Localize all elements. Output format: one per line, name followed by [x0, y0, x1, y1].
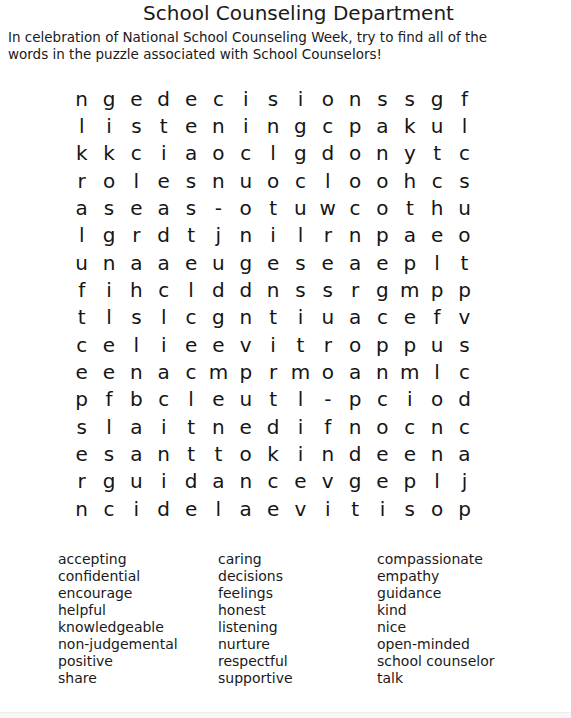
grid-cell-r1c11[interactable]: n [341, 85, 368, 112]
grid-cell-r12c15[interactable]: d [451, 386, 478, 413]
grid-cell-r8c1[interactable]: f [68, 276, 95, 303]
grid-cell-r3c14[interactable]: t [423, 140, 450, 167]
grid-cell-r1c9[interactable]: i [287, 85, 314, 112]
grid-cell-r7c1[interactable]: u [68, 249, 95, 276]
grid-cell-r16c2[interactable]: c [95, 495, 122, 522]
word-list-item: respectful [218, 653, 293, 670]
grid-cell-r14c5[interactable]: t [177, 440, 204, 467]
grid-cell-r14c10[interactable]: n [314, 440, 341, 467]
word-list-item: caring [218, 551, 293, 568]
grid-cell-r8c7[interactable]: d [232, 276, 259, 303]
grid-cell-r4c7[interactable]: u [232, 167, 259, 194]
page-bottom-edge [0, 712, 571, 718]
word-list-column-2: caringdecisionsfeelingshonestlisteningnu… [218, 551, 293, 687]
grid-cell-r8c11[interactable]: r [341, 276, 368, 303]
word-list-item: knowledgeable [58, 619, 178, 636]
grid-cell-r12c8[interactable]: t [259, 386, 286, 413]
grid-cell-r7c4[interactable]: a [150, 249, 177, 276]
word-search-grid: ngedecisionssgflisteningcpakulkkciaoclgd… [68, 85, 478, 523]
grid-cell-r11c15[interactable]: c [451, 358, 478, 385]
page-title: School Counseling Department [13, 1, 571, 25]
grid-cell-r16c14[interactable]: o [423, 495, 450, 522]
grid-cell-r9c4[interactable]: l [150, 304, 177, 331]
grid-cell-r3c9[interactable]: g [287, 140, 314, 167]
grid-cell-r9c13[interactable]: e [396, 304, 423, 331]
grid-cell-r7c9[interactable]: s [287, 249, 314, 276]
grid-cell-r12c11[interactable]: p [341, 386, 368, 413]
grid-cell-r9c15[interactable]: v [451, 304, 478, 331]
grid-cell-r14c8[interactable]: k [259, 440, 286, 467]
grid-cell-r9c7[interactable]: n [232, 304, 259, 331]
grid-cell-r10c5[interactable]: e [177, 331, 204, 358]
grid-cell-r2c7[interactable]: i [232, 112, 259, 139]
word-list-item: kind [377, 602, 494, 619]
grid-cell-r4c2[interactable]: o [95, 167, 122, 194]
grid-cell-r4c5[interactable]: s [177, 167, 204, 194]
grid-cell-r14c1[interactable]: e [68, 440, 95, 467]
grid-cell-r12c10[interactable]: - [314, 386, 341, 413]
grid-cell-r2c13[interactable]: k [396, 112, 423, 139]
grid-cell-r6c14[interactable]: e [423, 222, 450, 249]
grid-cell-r4c11[interactable]: o [341, 167, 368, 194]
grid-cell-r1c1[interactable]: n [68, 85, 95, 112]
grid-cell-r10c4[interactable]: i [150, 331, 177, 358]
grid-cell-r16c7[interactable]: a [232, 495, 259, 522]
grid-cell-r7c6[interactable]: u [205, 249, 232, 276]
grid-cell-r8c6[interactable]: d [205, 276, 232, 303]
word-list-column-1: acceptingconfidentialencouragehelpfulkno… [58, 551, 178, 687]
grid-cell-r9c1[interactable]: t [68, 304, 95, 331]
grid-cell-r3c6[interactable]: o [205, 140, 232, 167]
grid-cell-r9c9[interactable]: i [287, 304, 314, 331]
grid-cell-r11c6[interactable]: m [205, 358, 232, 385]
grid-cell-r3c8[interactable]: l [259, 140, 286, 167]
grid-cell-r7c14[interactable]: l [423, 249, 450, 276]
grid-cell-r4c4[interactable]: e [150, 167, 177, 194]
grid-cell-r16c1[interactable]: n [68, 495, 95, 522]
grid-cell-r16c11[interactable]: t [341, 495, 368, 522]
grid-cell-r12c6[interactable]: e [205, 386, 232, 413]
grid-cell-r11c14[interactable]: l [423, 358, 450, 385]
grid-cell-r10c12[interactable]: p [369, 331, 396, 358]
grid-cell-r3c2[interactable]: k [95, 140, 122, 167]
word-list-item: helpful [58, 602, 178, 619]
grid-cell-r2c8[interactable]: n [259, 112, 286, 139]
word-list-item: guidance [377, 585, 494, 602]
grid-cell-r8c9[interactable]: s [287, 276, 314, 303]
grid-cell-r15c3[interactable]: u [123, 468, 150, 495]
grid-cell-r11c8[interactable]: r [259, 358, 286, 385]
word-list-item: decisions [218, 568, 293, 585]
grid-cell-r1c13[interactable]: s [396, 85, 423, 112]
grid-cell-r12c7[interactable]: u [232, 386, 259, 413]
grid-cell-r12c1[interactable]: p [68, 386, 95, 413]
grid-cell-r5c6[interactable]: - [205, 194, 232, 221]
grid-cell-r7c7[interactable]: g [232, 249, 259, 276]
grid-cell-r6c13[interactable]: a [396, 222, 423, 249]
grid-cell-r2c3[interactable]: s [123, 112, 150, 139]
grid-cell-r14c9[interactable]: i [287, 440, 314, 467]
grid-cell-r10c7[interactable]: v [232, 331, 259, 358]
grid-cell-r3c5[interactable]: a [177, 140, 204, 167]
word-list-item: share [58, 670, 178, 687]
grid-cell-r9c2[interactable]: l [95, 304, 122, 331]
grid-cell-r13c3[interactable]: a [123, 413, 150, 440]
grid-cell-r6c2[interactable]: g [95, 222, 122, 249]
word-list-item: empathy [377, 568, 494, 585]
grid-cell-r12c13[interactable]: i [396, 386, 423, 413]
grid-cell-r9c14[interactable]: f [423, 304, 450, 331]
grid-cell-r15c15[interactable]: j [451, 468, 478, 495]
word-list-item: listening [218, 619, 293, 636]
grid-cell-r12c12[interactable]: c [369, 386, 396, 413]
grid-cell-r6c12[interactable]: p [369, 222, 396, 249]
grid-cell-r3c3[interactable]: c [123, 140, 150, 167]
word-list-item: honest [218, 602, 293, 619]
grid-cell-r6c11[interactable]: n [341, 222, 368, 249]
grid-cell-r1c15[interactable]: f [451, 85, 478, 112]
grid-cell-r10c11[interactable]: o [341, 331, 368, 358]
grid-cell-r8c2[interactable]: i [95, 276, 122, 303]
grid-cell-r12c14[interactable]: o [423, 386, 450, 413]
grid-cell-r15c12[interactable]: e [369, 468, 396, 495]
grid-cell-r14c2[interactable]: s [95, 440, 122, 467]
word-list-item: nice [377, 619, 494, 636]
grid-cell-r7c10[interactable]: e [314, 249, 341, 276]
grid-cell-r13c6[interactable]: n [205, 413, 232, 440]
grid-cell-r3c1[interactable]: k [68, 140, 95, 167]
grid-cell-r5c11[interactable]: c [341, 194, 368, 221]
grid-cell-r3c10[interactable]: d [314, 140, 341, 167]
grid-cell-r10c15[interactable]: s [451, 331, 478, 358]
grid-cell-r1c12[interactable]: s [369, 85, 396, 112]
grid-cell-r16c9[interactable]: v [287, 495, 314, 522]
grid-cell-r11c7[interactable]: p [232, 358, 259, 385]
grid-cell-r7c2[interactable]: n [95, 249, 122, 276]
grid-cell-r4c8[interactable]: o [259, 167, 286, 194]
grid-cell-r2c12[interactable]: a [369, 112, 396, 139]
grid-cell-r1c3[interactable]: e [123, 85, 150, 112]
instructions-line-2: words in the puzzle associated with Scho… [8, 46, 563, 63]
grid-cell-r7c13[interactable]: p [396, 249, 423, 276]
grid-cell-r14c6[interactable]: t [205, 440, 232, 467]
grid-cell-r7c5[interactable]: e [177, 249, 204, 276]
grid-cell-r6c4[interactable]: d [150, 222, 177, 249]
grid-cell-r6c8[interactable]: i [259, 222, 286, 249]
grid-cell-r2c9[interactable]: g [287, 112, 314, 139]
word-list-item: confidential [58, 568, 178, 585]
grid-cell-r1c7[interactable]: i [232, 85, 259, 112]
grid-cell-r4c14[interactable]: c [423, 167, 450, 194]
grid-cell-r13c14[interactable]: n [423, 413, 450, 440]
word-list-item: non-judgemental [58, 636, 178, 653]
grid-cell-r5c5[interactable]: s [177, 194, 204, 221]
grid-cell-r7c15[interactable]: t [451, 249, 478, 276]
grid-cell-r5c8[interactable]: t [259, 194, 286, 221]
grid-cell-r5c3[interactable]: e [123, 194, 150, 221]
grid-cell-r12c5[interactable]: l [177, 386, 204, 413]
grid-cell-r10c10[interactable]: r [314, 331, 341, 358]
grid-cell-r15c2[interactable]: g [95, 468, 122, 495]
grid-cell-r4c13[interactable]: h [396, 167, 423, 194]
grid-cell-r1c4[interactable]: d [150, 85, 177, 112]
grid-cell-r15c4[interactable]: i [150, 468, 177, 495]
word-list-item: positive [58, 653, 178, 670]
grid-cell-r1c6[interactable]: c [205, 85, 232, 112]
grid-cell-r14c15[interactable]: a [451, 440, 478, 467]
grid-cell-r8c14[interactable]: p [423, 276, 450, 303]
grid-cell-r11c11[interactable]: a [341, 358, 368, 385]
grid-cell-r1c10[interactable]: o [314, 85, 341, 112]
grid-cell-r4c12[interactable]: o [369, 167, 396, 194]
grid-cell-r8c8[interactable]: n [259, 276, 286, 303]
grid-cell-r9c11[interactable]: a [341, 304, 368, 331]
grid-cell-r16c3[interactable]: i [123, 495, 150, 522]
grid-cell-r13c13[interactable]: c [396, 413, 423, 440]
grid-cell-r16c5[interactable]: e [177, 495, 204, 522]
grid-cell-r2c5[interactable]: e [177, 112, 204, 139]
grid-cell-r9c12[interactable]: c [369, 304, 396, 331]
grid-cell-r5c7[interactable]: o [232, 194, 259, 221]
grid-cell-r2c2[interactable]: i [95, 112, 122, 139]
grid-cell-r16c13[interactable]: s [396, 495, 423, 522]
grid-cell-r5c2[interactable]: s [95, 194, 122, 221]
grid-cell-r16c8[interactable]: e [259, 495, 286, 522]
grid-cell-r15c1[interactable]: r [68, 468, 95, 495]
grid-cell-r8c5[interactable]: l [177, 276, 204, 303]
grid-cell-r11c1[interactable]: e [68, 358, 95, 385]
grid-cell-r3c12[interactable]: n [369, 140, 396, 167]
word-list-item: compassionate [377, 551, 494, 568]
grid-cell-r6c1[interactable]: l [68, 222, 95, 249]
grid-cell-r3c15[interactable]: c [451, 140, 478, 167]
grid-cell-r12c4[interactable]: c [150, 386, 177, 413]
grid-cell-r1c5[interactable]: e [177, 85, 204, 112]
grid-cell-r13c8[interactable]: d [259, 413, 286, 440]
grid-cell-r4c10[interactable]: l [314, 167, 341, 194]
grid-cell-r13c15[interactable]: c [451, 413, 478, 440]
grid-cell-r13c11[interactable]: n [341, 413, 368, 440]
grid-cell-r14c7[interactable]: o [232, 440, 259, 467]
grid-cell-r10c6[interactable]: e [205, 331, 232, 358]
grid-cell-r7c12[interactable]: e [369, 249, 396, 276]
grid-cell-r10c8[interactable]: i [259, 331, 286, 358]
word-list-item: talk [377, 670, 494, 687]
grid-cell-r11c5[interactable]: c [177, 358, 204, 385]
grid-cell-r9c5[interactable]: c [177, 304, 204, 331]
grid-cell-r2c10[interactable]: c [314, 112, 341, 139]
grid-cell-r6c6[interactable]: j [205, 222, 232, 249]
word-list-item: supportive [218, 670, 293, 687]
grid-cell-r2c6[interactable]: n [205, 112, 232, 139]
grid-cell-r8c13[interactable]: m [396, 276, 423, 303]
grid-cell-r13c5[interactable]: t [177, 413, 204, 440]
grid-cell-r2c1[interactable]: l [68, 112, 95, 139]
grid-cell-r7c11[interactable]: a [341, 249, 368, 276]
grid-cell-r5c12[interactable]: o [369, 194, 396, 221]
grid-cell-r1c2[interactable]: g [95, 85, 122, 112]
grid-cell-r1c14[interactable]: g [423, 85, 450, 112]
word-list-item: school counselor [377, 653, 494, 670]
grid-cell-r2c4[interactable]: t [150, 112, 177, 139]
grid-cell-r4c15[interactable]: s [451, 167, 478, 194]
grid-cell-r14c4[interactable]: n [150, 440, 177, 467]
grid-cell-r15c5[interactable]: d [177, 468, 204, 495]
grid-cell-r13c10[interactable]: f [314, 413, 341, 440]
grid-cell-r2c15[interactable]: l [451, 112, 478, 139]
grid-cell-r16c10[interactable]: i [314, 495, 341, 522]
grid-cell-r5c4[interactable]: a [150, 194, 177, 221]
grid-cell-r5c13[interactable]: t [396, 194, 423, 221]
word-search-worksheet: School Counseling Department In celebrat… [0, 0, 571, 718]
grid-cell-r4c3[interactable]: l [123, 167, 150, 194]
grid-cell-r5c10[interactable]: w [314, 194, 341, 221]
grid-cell-r16c4[interactable]: d [150, 495, 177, 522]
grid-cell-r13c4[interactable]: i [150, 413, 177, 440]
grid-cell-r8c12[interactable]: g [369, 276, 396, 303]
grid-cell-r6c15[interactable]: o [451, 222, 478, 249]
grid-cell-r13c2[interactable]: l [95, 413, 122, 440]
grid-cell-r6c5[interactable]: t [177, 222, 204, 249]
grid-cell-r3c11[interactable]: o [341, 140, 368, 167]
grid-cell-r14c13[interactable]: e [396, 440, 423, 467]
grid-cell-r10c13[interactable]: p [396, 331, 423, 358]
grid-cell-r13c1[interactable]: s [68, 413, 95, 440]
grid-cell-r8c10[interactable]: s [314, 276, 341, 303]
grid-cell-r9c3[interactable]: s [123, 304, 150, 331]
instructions: In celebration of National School Counse… [8, 29, 563, 62]
grid-cell-r8c15[interactable]: p [451, 276, 478, 303]
grid-cell-r10c1[interactable]: c [68, 331, 95, 358]
grid-cell-r3c7[interactable]: c [232, 140, 259, 167]
grid-cell-r11c10[interactable]: o [314, 358, 341, 385]
grid-cell-r12c2[interactable]: f [95, 386, 122, 413]
word-list: acceptingconfidentialencouragehelpfulkno… [0, 551, 571, 696]
grid-cell-r14c12[interactable]: e [369, 440, 396, 467]
grid-cell-r8c4[interactable]: c [150, 276, 177, 303]
grid-cell-r3c4[interactable]: i [150, 140, 177, 167]
grid-cell-r4c1[interactable]: r [68, 167, 95, 194]
grid-cell-r2c14[interactable]: u [423, 112, 450, 139]
grid-cell-r5c15[interactable]: u [451, 194, 478, 221]
grid-cell-r6c10[interactable]: r [314, 222, 341, 249]
grid-cell-r15c11[interactable]: g [341, 468, 368, 495]
word-list-item: feelings [218, 585, 293, 602]
grid-cell-r15c6[interactable]: a [205, 468, 232, 495]
grid-cell-r11c4[interactable]: a [150, 358, 177, 385]
grid-cell-r16c12[interactable]: i [369, 495, 396, 522]
grid-cell-r13c7[interactable]: e [232, 413, 259, 440]
grid-cell-r15c13[interactable]: p [396, 468, 423, 495]
grid-cell-r14c11[interactable]: d [341, 440, 368, 467]
grid-cell-r11c12[interactable]: n [369, 358, 396, 385]
grid-cell-r7c8[interactable]: e [259, 249, 286, 276]
grid-cell-r5c1[interactable]: a [68, 194, 95, 221]
grid-cell-r1c8[interactable]: s [259, 85, 286, 112]
grid-cell-r4c6[interactable]: n [205, 167, 232, 194]
grid-cell-r16c6[interactable]: l [205, 495, 232, 522]
grid-cell-r15c14[interactable]: l [423, 468, 450, 495]
grid-cell-r5c9[interactable]: u [287, 194, 314, 221]
instructions-line-1: In celebration of National School Counse… [8, 29, 563, 46]
grid-cell-r12c9[interactable]: l [287, 386, 314, 413]
grid-cell-r5c14[interactable]: h [423, 194, 450, 221]
grid-cell-r9c8[interactable]: t [259, 304, 286, 331]
grid-cell-r13c12[interactable]: o [369, 413, 396, 440]
grid-cell-r14c14[interactable]: n [423, 440, 450, 467]
word-list-item: accepting [58, 551, 178, 568]
grid-cell-r13c9[interactable]: i [287, 413, 314, 440]
word-list-item: encourage [58, 585, 178, 602]
grid-cell-r2c11[interactable]: p [341, 112, 368, 139]
grid-cell-r12c3[interactable]: b [123, 386, 150, 413]
grid-cell-r8c3[interactable]: h [123, 276, 150, 303]
word-list-column-3: compassionateempathyguidancekindniceopen… [377, 551, 494, 687]
grid-cell-r15c7[interactable]: n [232, 468, 259, 495]
grid-cell-r7c3[interactable]: a [123, 249, 150, 276]
word-list-item: nurture [218, 636, 293, 653]
grid-cell-r14c3[interactable]: a [123, 440, 150, 467]
grid-cell-r4c9[interactable]: c [287, 167, 314, 194]
grid-cell-r11c3[interactable]: n [123, 358, 150, 385]
grid-cell-r16c15[interactable]: p [451, 495, 478, 522]
grid-cell-r3c13[interactable]: y [396, 140, 423, 167]
grid-cell-r9c10[interactable]: u [314, 304, 341, 331]
grid-cell-r10c2[interactable]: e [95, 331, 122, 358]
grid-cell-r11c2[interactable]: e [95, 358, 122, 385]
grid-cell-r15c10[interactable]: v [314, 468, 341, 495]
word-list-item: open-minded [377, 636, 494, 653]
grid-cell-r6c7[interactable]: n [232, 222, 259, 249]
grid-cell-r6c3[interactable]: r [123, 222, 150, 249]
grid-cell-r11c13[interactable]: m [396, 358, 423, 385]
grid-cell-r10c9[interactable]: t [287, 331, 314, 358]
grid-cell-r10c14[interactable]: u [423, 331, 450, 358]
grid-cell-r6c9[interactable]: l [287, 222, 314, 249]
grid-cell-r15c8[interactable]: c [259, 468, 286, 495]
grid-cell-r11c9[interactable]: m [287, 358, 314, 385]
grid-cell-r10c3[interactable]: l [123, 331, 150, 358]
grid-cell-r15c9[interactable]: e [287, 468, 314, 495]
grid-cell-r9c6[interactable]: g [205, 304, 232, 331]
